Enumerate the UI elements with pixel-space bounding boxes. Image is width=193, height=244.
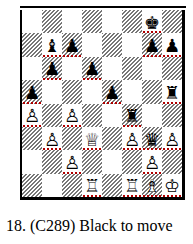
square-f6[interactable] xyxy=(122,57,142,80)
square-g5[interactable] xyxy=(142,80,162,103)
square-b4[interactable] xyxy=(42,104,62,127)
square-h3[interactable]: ♟♙ xyxy=(162,127,182,150)
square-d4[interactable] xyxy=(82,104,102,127)
piece-baseline-marks xyxy=(163,55,181,57)
square-g6[interactable] xyxy=(142,57,162,80)
square-g7[interactable]: ♟ xyxy=(142,33,162,56)
square-h5[interactable]: ♜ xyxy=(162,80,182,103)
square-d5[interactable] xyxy=(82,80,102,103)
square-f7[interactable] xyxy=(122,33,142,56)
square-c5[interactable] xyxy=(62,80,82,103)
white-pawn: ♙ xyxy=(24,107,40,125)
white-rook: ♖ xyxy=(84,177,100,195)
white-bishop: ♗ xyxy=(144,177,160,195)
square-a3[interactable] xyxy=(22,127,42,150)
caption: 18. (C289) Black to move xyxy=(6,217,173,235)
square-g8[interactable]: ♚ xyxy=(142,10,162,33)
black-king: ♚ xyxy=(144,13,160,31)
square-b8[interactable] xyxy=(42,10,62,33)
square-e3[interactable] xyxy=(102,127,122,150)
white-pawn: ♙ xyxy=(64,107,80,125)
black-pawn: ♟ xyxy=(164,37,180,55)
square-f5[interactable] xyxy=(122,80,142,103)
square-a8[interactable] xyxy=(22,10,42,33)
square-e7[interactable] xyxy=(102,33,122,56)
square-d3[interactable]: ♛♕ xyxy=(82,127,102,150)
square-c1[interactable] xyxy=(62,174,82,197)
square-h7[interactable]: ♟ xyxy=(162,33,182,56)
square-c4[interactable]: ♟♙ xyxy=(62,104,82,127)
square-g4[interactable] xyxy=(142,104,162,127)
square-d8[interactable] xyxy=(82,10,102,33)
white-pawn: ♙ xyxy=(64,153,80,171)
piece-baseline-marks xyxy=(43,55,61,57)
square-h1[interactable]: ♚♔ xyxy=(162,174,182,197)
square-c7[interactable]: ♟ xyxy=(62,33,82,56)
square-b1[interactable] xyxy=(42,174,62,197)
piece-baseline-marks xyxy=(63,55,81,57)
square-c2[interactable]: ♟♙ xyxy=(62,150,82,173)
black-pawn: ♟ xyxy=(144,37,160,55)
square-e6[interactable] xyxy=(102,57,122,80)
square-b7[interactable]: ♝ xyxy=(42,33,62,56)
white-pawn: ♙ xyxy=(164,130,180,148)
piece-baseline-marks xyxy=(43,148,61,150)
square-h2[interactable] xyxy=(162,150,182,173)
square-g2[interactable]: ♟♙ xyxy=(142,150,162,173)
piece-baseline-marks xyxy=(103,102,121,104)
square-d2[interactable] xyxy=(82,150,102,173)
black-pawn: ♟ xyxy=(64,37,80,55)
black-pawn: ♟ xyxy=(104,83,120,101)
square-d1[interactable]: ♜♖ xyxy=(82,174,102,197)
square-g1[interactable]: ♝♗ xyxy=(142,174,162,197)
piece-baseline-marks xyxy=(163,148,181,150)
chess-board: ♚♝♟♟♟♟♟♟♟♜♟♙♟♙♜♟♙♛♕♟♙♛♟♙♟♙♟♙♜♖♜♖♝♗♚♔ xyxy=(20,10,185,200)
square-g3[interactable]: ♛ xyxy=(142,127,162,150)
square-h8[interactable] xyxy=(162,10,182,33)
board-top-line xyxy=(20,6,186,8)
square-e4[interactable] xyxy=(102,104,122,127)
square-a7[interactable] xyxy=(22,33,42,56)
square-f3[interactable]: ♟♙ xyxy=(122,127,142,150)
white-pawn: ♙ xyxy=(124,130,140,148)
piece-baseline-marks xyxy=(143,172,161,174)
piece-baseline-marks xyxy=(83,195,101,197)
piece-baseline-marks xyxy=(143,195,161,197)
black-pawn: ♟ xyxy=(44,60,60,78)
square-a4[interactable]: ♟♙ xyxy=(22,104,42,127)
piece-baseline-marks xyxy=(43,78,61,80)
square-f8[interactable] xyxy=(122,10,142,33)
square-h4[interactable] xyxy=(162,104,182,127)
square-c8[interactable] xyxy=(62,10,82,33)
square-a2[interactable] xyxy=(22,150,42,173)
square-a5[interactable]: ♟ xyxy=(22,80,42,103)
square-e8[interactable] xyxy=(102,10,122,33)
square-f1[interactable]: ♜♖ xyxy=(122,174,142,197)
square-e1[interactable] xyxy=(102,174,122,197)
square-c6[interactable] xyxy=(62,57,82,80)
square-b2[interactable] xyxy=(42,150,62,173)
black-queen: ♛ xyxy=(144,130,160,148)
white-pawn: ♙ xyxy=(144,153,160,171)
square-a6[interactable] xyxy=(22,57,42,80)
piece-baseline-marks xyxy=(123,125,141,127)
black-pawn: ♟ xyxy=(24,83,40,101)
black-rook: ♜ xyxy=(164,83,180,101)
square-d6[interactable]: ♟ xyxy=(82,57,102,80)
black-pawn: ♟ xyxy=(84,60,100,78)
white-king: ♔ xyxy=(164,177,180,195)
square-b6[interactable]: ♟ xyxy=(42,57,62,80)
piece-baseline-marks xyxy=(23,102,41,104)
white-rook: ♖ xyxy=(124,177,140,195)
piece-baseline-marks xyxy=(143,148,161,150)
piece-baseline-marks xyxy=(143,55,161,57)
square-f4[interactable]: ♜ xyxy=(122,104,142,127)
square-c3[interactable] xyxy=(62,127,82,150)
piece-baseline-marks xyxy=(123,195,141,197)
chess-diagram: ♚♝♟♟♟♟♟♟♟♜♟♙♟♙♜♟♙♛♕♟♙♛♟♙♟♙♟♙♜♖♜♖♝♗♚♔ xyxy=(20,6,186,200)
square-a1[interactable] xyxy=(22,174,42,197)
square-b3[interactable]: ♟♙ xyxy=(42,127,62,150)
square-e2[interactable] xyxy=(102,150,122,173)
black-rook: ♜ xyxy=(124,107,140,125)
square-f2[interactable] xyxy=(122,150,142,173)
piece-baseline-marks xyxy=(83,78,101,80)
square-h6[interactable] xyxy=(162,57,182,80)
square-d7[interactable] xyxy=(82,33,102,56)
square-b5[interactable] xyxy=(42,80,62,103)
piece-baseline-marks xyxy=(163,195,181,197)
piece-baseline-marks xyxy=(63,172,81,174)
piece-baseline-marks xyxy=(23,125,41,127)
piece-baseline-marks xyxy=(163,102,181,104)
square-e5[interactable]: ♟ xyxy=(102,80,122,103)
white-queen: ♕ xyxy=(84,130,100,148)
piece-baseline-marks xyxy=(63,125,81,127)
page: ♚♝♟♟♟♟♟♟♟♜♟♙♟♙♜♟♙♛♕♟♙♛♟♙♟♙♟♙♜♖♜♖♝♗♚♔ 18.… xyxy=(0,0,193,244)
black-bishop: ♝ xyxy=(44,37,60,55)
piece-baseline-marks xyxy=(83,148,101,150)
white-pawn: ♙ xyxy=(44,130,60,148)
piece-baseline-marks xyxy=(143,31,161,33)
piece-baseline-marks xyxy=(123,148,141,150)
